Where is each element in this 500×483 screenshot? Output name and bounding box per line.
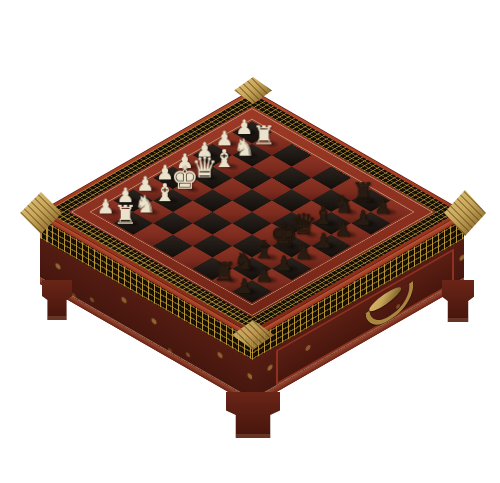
bracket-foot-front: [226, 392, 280, 438]
black-rook[interactable]: ♜: [213, 259, 236, 285]
white-knight[interactable]: ♞: [134, 192, 156, 216]
black-pawn[interactable]: ♟: [275, 253, 293, 273]
black-pawn[interactable]: ♟: [255, 265, 273, 285]
bracket-foot-right: [442, 280, 474, 322]
black-pawn[interactable]: ♟: [295, 242, 313, 262]
white-rook[interactable]: ♜: [114, 202, 137, 228]
black-rook[interactable]: ♜: [351, 179, 374, 205]
black-pawn[interactable]: ♟: [235, 276, 253, 296]
black-bishop[interactable]: ♝: [253, 237, 275, 262]
product-photo-chess-set: ♟♜♜♟♟♞♞♟♟♝♝♟♟♛♛♟♟♚♚♟♟♝♝♟♟♞♞♟♟♜♜♟: [0, 0, 500, 483]
white-bishop[interactable]: ♝: [154, 180, 176, 205]
black-pawn[interactable]: ♟: [314, 231, 332, 251]
black-pawn[interactable]: ♟: [354, 208, 372, 228]
white-rook[interactable]: ♜: [252, 122, 275, 148]
black-pawn[interactable]: ♟: [334, 219, 352, 239]
black-knight[interactable]: ♞: [332, 192, 354, 216]
white-knight[interactable]: ♞: [233, 136, 255, 160]
black-pawn[interactable]: ♟: [374, 196, 392, 216]
black-knight[interactable]: ♞: [233, 249, 255, 273]
white-pawn[interactable]: ♟: [97, 196, 115, 216]
